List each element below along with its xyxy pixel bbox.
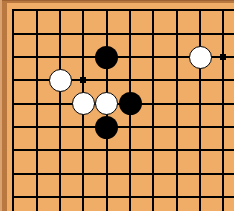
board-continuation xyxy=(118,209,141,211)
board-continuation xyxy=(165,209,188,211)
white-stone xyxy=(189,46,212,69)
board-intersection[interactable] xyxy=(25,185,48,208)
board-intersection[interactable] xyxy=(165,162,188,185)
board-intersection[interactable] xyxy=(188,162,211,185)
board-intersection[interactable] xyxy=(48,185,71,208)
board-intersection xyxy=(95,115,118,138)
board-intersection[interactable] xyxy=(72,115,95,138)
board-intersection[interactable] xyxy=(72,162,95,185)
board-intersection[interactable] xyxy=(48,0,71,22)
black-stone xyxy=(95,116,118,139)
board-intersection[interactable] xyxy=(212,115,234,138)
board-intersection[interactable] xyxy=(118,22,141,45)
board-intersection[interactable] xyxy=(118,185,141,208)
board-intersection[interactable] xyxy=(25,45,48,68)
board-intersection[interactable] xyxy=(142,92,165,115)
board-intersection[interactable] xyxy=(25,162,48,185)
board-intersection[interactable] xyxy=(118,45,141,68)
board-intersection xyxy=(188,45,211,68)
board-intersection xyxy=(72,69,95,92)
board-intersection[interactable] xyxy=(165,69,188,92)
board-intersection[interactable] xyxy=(212,185,234,208)
board-intersection[interactable] xyxy=(48,92,71,115)
board-intersection[interactable] xyxy=(25,22,48,45)
board-intersection xyxy=(118,92,141,115)
black-stone xyxy=(119,92,142,115)
board-intersection[interactable] xyxy=(212,0,234,22)
board-grid xyxy=(2,0,234,211)
board-intersection[interactable] xyxy=(48,115,71,138)
board-intersection[interactable] xyxy=(188,69,211,92)
board-intersection[interactable] xyxy=(142,0,165,22)
board-intersection[interactable] xyxy=(142,22,165,45)
board-continuation xyxy=(142,209,165,211)
board-intersection[interactable] xyxy=(142,115,165,138)
board-intersection[interactable] xyxy=(188,0,211,22)
board-intersection[interactable] xyxy=(72,185,95,208)
board-intersection[interactable] xyxy=(142,139,165,162)
board-intersection[interactable] xyxy=(188,92,211,115)
board-intersection[interactable] xyxy=(165,22,188,45)
board-intersection[interactable] xyxy=(48,45,71,68)
board-intersection[interactable] xyxy=(25,0,48,22)
board-intersection xyxy=(212,45,234,68)
board-intersection[interactable] xyxy=(48,139,71,162)
board-intersection[interactable] xyxy=(142,162,165,185)
board-intersection[interactable] xyxy=(118,0,141,22)
board-intersection[interactable] xyxy=(188,115,211,138)
board-intersection[interactable] xyxy=(72,0,95,22)
board-intersection[interactable] xyxy=(25,139,48,162)
board-intersection[interactable] xyxy=(95,0,118,22)
white-stone xyxy=(72,92,95,115)
board-intersection[interactable] xyxy=(165,139,188,162)
board-intersection xyxy=(72,92,95,115)
board-intersection[interactable] xyxy=(72,45,95,68)
board-intersection[interactable] xyxy=(165,115,188,138)
board-intersection[interactable] xyxy=(165,92,188,115)
board-frame-left-highlight xyxy=(0,0,2,211)
board-continuation xyxy=(188,209,211,211)
board-intersection[interactable] xyxy=(188,139,211,162)
board-intersection[interactable] xyxy=(118,69,141,92)
board-intersection[interactable] xyxy=(118,115,141,138)
board-intersection[interactable] xyxy=(212,69,234,92)
white-stone xyxy=(95,92,118,115)
board-intersection[interactable] xyxy=(118,162,141,185)
board-intersection[interactable] xyxy=(212,22,234,45)
board-intersection[interactable] xyxy=(142,45,165,68)
black-stone xyxy=(95,46,118,69)
board-intersection[interactable] xyxy=(165,185,188,208)
board-continuation xyxy=(212,209,234,211)
board-intersection[interactable] xyxy=(188,22,211,45)
board-intersection[interactable] xyxy=(72,22,95,45)
white-stone xyxy=(49,69,72,92)
board-intersection[interactable] xyxy=(165,45,188,68)
board-intersection[interactable] xyxy=(95,139,118,162)
board-intersection[interactable] xyxy=(118,139,141,162)
board-continuation xyxy=(48,209,71,211)
board-intersection[interactable] xyxy=(25,69,48,92)
board-intersection[interactable] xyxy=(48,162,71,185)
go-board-diagram xyxy=(0,0,234,211)
board-intersection[interactable] xyxy=(95,69,118,92)
board-continuation xyxy=(72,209,95,211)
board-intersection[interactable] xyxy=(212,162,234,185)
board-intersection[interactable] xyxy=(188,185,211,208)
board-intersection[interactable] xyxy=(95,185,118,208)
board-intersection[interactable] xyxy=(95,162,118,185)
board-intersection[interactable] xyxy=(72,139,95,162)
board-frame-top-edge xyxy=(0,0,234,1)
board-intersection[interactable] xyxy=(212,139,234,162)
board-intersection[interactable] xyxy=(142,185,165,208)
square-marker xyxy=(220,54,226,60)
board-continuation xyxy=(25,209,48,211)
board-intersection[interactable] xyxy=(142,69,165,92)
square-marker xyxy=(80,77,86,83)
board-intersection[interactable] xyxy=(25,115,48,138)
board-intersection[interactable] xyxy=(212,92,234,115)
board-intersection xyxy=(48,69,71,92)
board-intersection[interactable] xyxy=(25,92,48,115)
board-intersection[interactable] xyxy=(48,22,71,45)
board-intersection[interactable] xyxy=(95,22,118,45)
board-continuation xyxy=(95,209,118,211)
board-intersection xyxy=(95,45,118,68)
board-intersection[interactable] xyxy=(165,0,188,22)
board-intersection xyxy=(95,92,118,115)
